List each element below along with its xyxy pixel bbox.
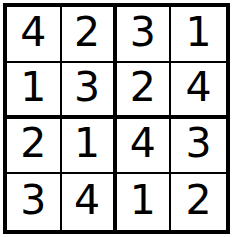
cell-r4c3[interactable]: 1 — [117, 174, 172, 230]
cell-r1c3[interactable]: 3 — [117, 7, 172, 63]
cell-r4c2[interactable]: 4 — [62, 174, 117, 230]
cell-r2c3[interactable]: 2 — [117, 63, 172, 119]
cell-r3c1[interactable]: 2 — [7, 119, 62, 175]
cell-r2c4[interactable]: 4 — [171, 63, 226, 119]
cell-r3c4[interactable]: 3 — [171, 119, 226, 175]
cell-r1c1[interactable]: 4 — [7, 7, 62, 63]
cell-r1c4[interactable]: 1 — [171, 7, 226, 63]
cell-r3c2[interactable]: 1 — [62, 119, 117, 175]
sudoku-board: 4 2 3 1 1 3 2 4 2 1 4 3 3 4 1 2 — [3, 3, 230, 234]
cell-r1c2[interactable]: 2 — [62, 7, 117, 63]
cell-r4c4[interactable]: 2 — [171, 174, 226, 230]
cell-r3c3[interactable]: 4 — [117, 119, 172, 175]
cell-r2c2[interactable]: 3 — [62, 63, 117, 119]
cell-r4c1[interactable]: 3 — [7, 174, 62, 230]
cell-r2c1[interactable]: 1 — [7, 63, 62, 119]
